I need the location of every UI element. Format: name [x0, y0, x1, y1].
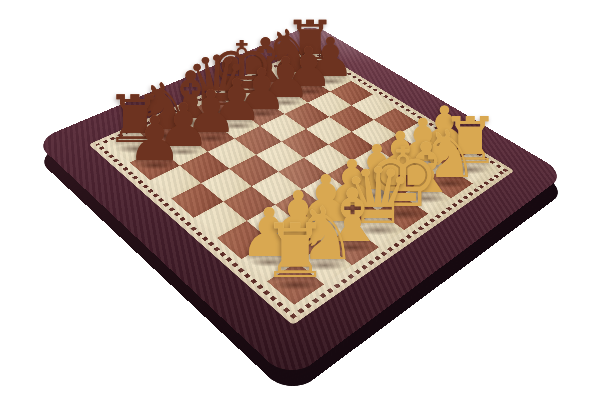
white-rook-icon: ♜	[262, 215, 329, 290]
piece-white-rook-a1[interactable]: ♜	[262, 215, 329, 290]
chessboard-photo: ♜♞♝♛♚♝♞♜♟♟♟♟♟♟♟♟♟♟♟♟♟♟♟♟♜♞♝♛♚♝♞♜	[0, 0, 600, 418]
black-pawn-icon: ♟	[127, 108, 182, 169]
piece-black-pawn-a7[interactable]: ♟	[127, 108, 182, 169]
